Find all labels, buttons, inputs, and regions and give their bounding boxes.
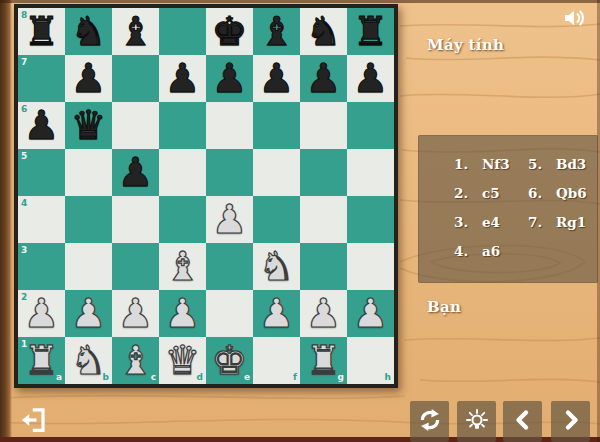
square-h5[interactable]	[347, 149, 394, 196]
hint-button[interactable]	[457, 401, 496, 442]
square-c1[interactable]: c♝	[112, 337, 159, 384]
square-f8[interactable]: ♝	[253, 8, 300, 55]
move-san: Rg1	[556, 208, 586, 237]
square-g8[interactable]: ♞	[300, 8, 347, 55]
chevron-left-icon	[511, 408, 535, 436]
move-number: 7.	[528, 208, 548, 237]
black-pawn-a6[interactable]: ♟	[18, 102, 65, 149]
square-e4[interactable]: ♟	[206, 196, 253, 243]
white-knight-b1[interactable]: ♞	[65, 337, 112, 384]
square-f7[interactable]: ♟	[253, 55, 300, 102]
file-label-f: f	[293, 373, 297, 382]
square-c4[interactable]	[112, 196, 159, 243]
white-knight-f3[interactable]: ♞	[253, 243, 300, 290]
opponent-name-label: Máy tính	[427, 36, 504, 54]
move-number: 5.	[528, 150, 548, 179]
chess-board[interactable]: 8♜♞♝♚♝♞♜7♟♟♟♟♟♟6♟♛5♟4♟3♝♞2♟♟♟♟♟♟♟1a♜b♞c♝…	[18, 8, 394, 384]
move-entry-5[interactable]: 5.Bd3	[528, 149, 587, 178]
square-e6[interactable]	[206, 102, 253, 149]
square-h2[interactable]: ♟	[347, 290, 394, 337]
square-h4[interactable]	[347, 196, 394, 243]
rank-label-7: 7	[21, 58, 27, 67]
exit-button[interactable]	[16, 404, 52, 440]
square-h8[interactable]: ♜	[347, 8, 394, 55]
rank-label-5: 5	[21, 152, 27, 161]
black-bishop-c8[interactable]: ♝	[112, 8, 159, 55]
square-e2[interactable]	[206, 290, 253, 337]
white-pawn-d2[interactable]: ♟	[159, 290, 206, 337]
white-bishop-d3[interactable]: ♝	[159, 243, 206, 290]
black-pawn-d7[interactable]: ♟	[159, 55, 206, 102]
square-a2[interactable]: 2♟	[18, 290, 65, 337]
black-pawn-e7[interactable]: ♟	[206, 55, 253, 102]
white-pawn-a2[interactable]: ♟	[18, 290, 65, 337]
square-a5[interactable]: 5	[18, 149, 65, 196]
square-a8[interactable]: 8♜	[18, 8, 65, 55]
black-bishop-f8[interactable]: ♝	[253, 8, 300, 55]
black-king-e8[interactable]: ♚	[206, 8, 253, 55]
move-entry-7[interactable]: 7.Rg1	[528, 207, 587, 236]
new-game-button[interactable]	[410, 401, 449, 442]
white-pawn-f2[interactable]: ♟	[253, 290, 300, 337]
chevron-right-icon	[559, 408, 583, 436]
square-a4[interactable]: 4	[18, 196, 65, 243]
black-knight-b8[interactable]: ♞	[65, 8, 112, 55]
square-h3[interactable]	[347, 243, 394, 290]
black-queen-b6[interactable]: ♛	[65, 102, 112, 149]
move-san: Bd3	[556, 150, 586, 179]
move-san: a6	[482, 237, 500, 266]
black-pawn-f7[interactable]: ♟	[253, 55, 300, 102]
move-list-panel: 1.Nf32.c53.e44.a6 5.Bd36.Qb67.Rg1	[418, 135, 598, 283]
white-pawn-h2[interactable]: ♟	[347, 290, 394, 337]
move-san: Nf3	[482, 150, 510, 179]
square-e3[interactable]	[206, 243, 253, 290]
square-h6[interactable]	[347, 102, 394, 149]
white-pawn-g2[interactable]: ♟	[300, 290, 347, 337]
refresh-icon	[417, 407, 443, 437]
square-d2[interactable]: ♟	[159, 290, 206, 337]
square-d4[interactable]	[159, 196, 206, 243]
white-pawn-c2[interactable]: ♟	[112, 290, 159, 337]
square-d1[interactable]: d♛	[159, 337, 206, 384]
square-g2[interactable]: ♟	[300, 290, 347, 337]
square-g4[interactable]	[300, 196, 347, 243]
white-rook-g1[interactable]: ♜	[300, 337, 347, 384]
move-number: 6.	[528, 179, 548, 208]
square-g3[interactable]	[300, 243, 347, 290]
move-number: 2.	[454, 179, 474, 208]
square-h1[interactable]: h	[347, 337, 394, 384]
move-list-column-1: 1.Nf32.c53.e44.a6	[454, 149, 510, 265]
chess-board-frame: 8♜♞♝♚♝♞♜7♟♟♟♟♟♟6♟♛5♟4♟3♝♞2♟♟♟♟♟♟♟1a♜b♞c♝…	[14, 4, 398, 388]
black-pawn-c5[interactable]: ♟	[112, 149, 159, 196]
black-pawn-h7[interactable]: ♟	[347, 55, 394, 102]
square-c3[interactable]	[112, 243, 159, 290]
move-san: Qb6	[556, 179, 587, 208]
square-b5[interactable]	[65, 149, 112, 196]
square-c8[interactable]: ♝	[112, 8, 159, 55]
square-d3[interactable]: ♝	[159, 243, 206, 290]
square-c2[interactable]: ♟	[112, 290, 159, 337]
square-f5[interactable]	[253, 149, 300, 196]
square-b4[interactable]	[65, 196, 112, 243]
move-number: 1.	[454, 150, 474, 179]
white-rook-a1[interactable]: ♜	[18, 337, 65, 384]
square-d8[interactable]	[159, 8, 206, 55]
redo-move-button[interactable]	[551, 401, 590, 442]
white-bishop-c1[interactable]: ♝	[112, 337, 159, 384]
exit-door-icon	[19, 404, 49, 440]
square-b1[interactable]: b♞	[65, 337, 112, 384]
square-g6[interactable]	[300, 102, 347, 149]
square-d5[interactable]	[159, 149, 206, 196]
white-queen-d1[interactable]: ♛	[159, 337, 206, 384]
square-b3[interactable]	[65, 243, 112, 290]
move-entry-2[interactable]: 2.c5	[454, 178, 510, 207]
square-a3[interactable]: 3	[18, 243, 65, 290]
square-h7[interactable]: ♟	[347, 55, 394, 102]
undo-move-button[interactable]	[503, 401, 542, 442]
file-label-h: h	[385, 373, 391, 382]
square-e5[interactable]	[206, 149, 253, 196]
square-g1[interactable]: g♜	[300, 337, 347, 384]
square-f3[interactable]: ♞	[253, 243, 300, 290]
move-entry-1[interactable]: 1.Nf3	[454, 149, 510, 178]
sound-toggle-button[interactable]	[554, 4, 594, 36]
square-d7[interactable]: ♟	[159, 55, 206, 102]
square-f6[interactable]	[253, 102, 300, 149]
wood-frame-top	[0, 0, 600, 3]
white-pawn-e4[interactable]: ♟	[206, 196, 253, 243]
white-pawn-b2[interactable]: ♟	[65, 290, 112, 337]
square-a7[interactable]: 7	[18, 55, 65, 102]
black-rook-a8[interactable]: ♜	[18, 8, 65, 55]
square-c7[interactable]	[112, 55, 159, 102]
square-f2[interactable]: ♟	[253, 290, 300, 337]
black-pawn-g7[interactable]: ♟	[300, 55, 347, 102]
square-e7[interactable]: ♟	[206, 55, 253, 102]
black-rook-h8[interactable]: ♜	[347, 8, 394, 55]
move-number: 3.	[454, 208, 474, 237]
white-king-e1[interactable]: ♚	[206, 337, 253, 384]
square-b7[interactable]: ♟	[65, 55, 112, 102]
move-entry-3[interactable]: 3.e4	[454, 207, 510, 236]
move-entry-4[interactable]: 4.a6	[454, 236, 510, 265]
move-san: e4	[482, 208, 500, 237]
square-d6[interactable]	[159, 102, 206, 149]
square-f4[interactable]	[253, 196, 300, 243]
light-bulb-icon	[464, 407, 490, 437]
move-number: 4.	[454, 237, 474, 266]
square-e1[interactable]: e♚	[206, 337, 253, 384]
square-a6[interactable]: 6♟	[18, 102, 65, 149]
move-entry-6[interactable]: 6.Qb6	[528, 178, 587, 207]
move-san: c5	[482, 179, 500, 208]
square-a1[interactable]: 1a♜	[18, 337, 65, 384]
square-c5[interactable]: ♟	[112, 149, 159, 196]
speaker-on-icon	[559, 6, 589, 34]
black-pawn-b7[interactable]: ♟	[65, 55, 112, 102]
square-g5[interactable]	[300, 149, 347, 196]
square-c6[interactable]	[112, 102, 159, 149]
square-b6[interactable]: ♛	[65, 102, 112, 149]
square-g7[interactable]: ♟	[300, 55, 347, 102]
rank-label-3: 3	[21, 246, 27, 255]
move-list-column-2: 5.Bd36.Qb67.Rg1	[528, 149, 587, 236]
square-b2[interactable]: ♟	[65, 290, 112, 337]
rank-label-4: 4	[21, 199, 27, 208]
square-b8[interactable]: ♞	[65, 8, 112, 55]
square-e8[interactable]: ♚	[206, 8, 253, 55]
square-f1[interactable]: f	[253, 337, 300, 384]
player-name-label: Bạn	[427, 298, 461, 316]
wood-frame-left	[0, 0, 12, 442]
black-knight-g8[interactable]: ♞	[300, 8, 347, 55]
